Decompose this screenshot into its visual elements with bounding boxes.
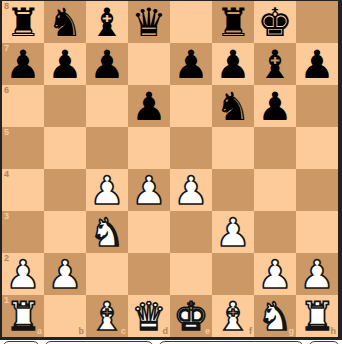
piece-black-knight[interactable]: ♞	[44, 1, 86, 43]
piece-black-pawn[interactable]: ♟	[254, 85, 296, 127]
square-c4[interactable]: ♟	[86, 169, 128, 211]
piece-white-knight[interactable]: ♞	[86, 211, 128, 253]
square-b3[interactable]	[44, 211, 86, 253]
square-e2[interactable]	[170, 253, 212, 295]
square-g1[interactable]: g♞	[254, 295, 296, 337]
piece-white-bishop[interactable]: ♝	[86, 295, 128, 337]
square-a8[interactable]: 8♜	[2, 1, 44, 43]
square-b1[interactable]: b	[44, 295, 86, 337]
square-h5[interactable]	[296, 127, 338, 169]
square-a1[interactable]: 1a♜	[2, 295, 44, 337]
square-c8[interactable]: ♝	[86, 1, 128, 43]
rank-label-6: 6	[4, 86, 9, 95]
square-g5[interactable]	[254, 127, 296, 169]
square-a2[interactable]: 2♟	[2, 253, 44, 295]
square-h2[interactable]: ♟	[296, 253, 338, 295]
square-c1[interactable]: c♝	[86, 295, 128, 337]
square-a7[interactable]: 7♟	[2, 43, 44, 85]
square-f4[interactable]	[212, 169, 254, 211]
square-h1[interactable]: h♜	[296, 295, 338, 337]
square-f8[interactable]: ♜	[212, 1, 254, 43]
footer-toolbar	[0, 340, 342, 344]
square-g8[interactable]: ♚	[254, 1, 296, 43]
square-a6[interactable]: 6	[2, 85, 44, 127]
square-e5[interactable]	[170, 127, 212, 169]
square-d5[interactable]	[128, 127, 170, 169]
square-f1[interactable]: f♝	[212, 295, 254, 337]
board: 8♜♞♝♛♜♚7♟♟♟♟♟♝♟6♟♞♟54♟♟♟3♞♟2♟♟♟♟1a♜bc♝d♛…	[2, 1, 338, 337]
square-h8[interactable]	[296, 1, 338, 43]
rank-label-4: 4	[4, 170, 9, 179]
rank-label-3: 3	[4, 212, 9, 221]
piece-black-rook[interactable]: ♜	[2, 1, 44, 43]
square-e3[interactable]	[170, 211, 212, 253]
piece-black-knight[interactable]: ♞	[212, 85, 254, 127]
square-e6[interactable]	[170, 85, 212, 127]
piece-black-pawn[interactable]: ♟	[170, 43, 212, 85]
piece-white-rook[interactable]: ♜	[2, 295, 44, 337]
piece-white-pawn[interactable]: ♟	[44, 253, 86, 295]
square-f3[interactable]: ♟	[212, 211, 254, 253]
piece-black-king[interactable]: ♚	[254, 1, 296, 43]
square-d4[interactable]: ♟	[128, 169, 170, 211]
square-c6[interactable]	[86, 85, 128, 127]
piece-black-rook[interactable]: ♜	[212, 1, 254, 43]
square-f7[interactable]: ♟	[212, 43, 254, 85]
square-e1[interactable]: e♚	[170, 295, 212, 337]
piece-black-pawn[interactable]: ♟	[212, 43, 254, 85]
square-b5[interactable]	[44, 127, 86, 169]
square-e7[interactable]: ♟	[170, 43, 212, 85]
piece-white-pawn[interactable]: ♟	[128, 169, 170, 211]
piece-white-bishop[interactable]: ♝	[212, 295, 254, 337]
square-d3[interactable]	[128, 211, 170, 253]
rank-label-5: 5	[4, 128, 9, 137]
square-d2[interactable]	[128, 253, 170, 295]
square-h6[interactable]	[296, 85, 338, 127]
square-h7[interactable]: ♟	[296, 43, 338, 85]
square-g3[interactable]	[254, 211, 296, 253]
piece-black-pawn[interactable]: ♟	[86, 43, 128, 85]
square-c5[interactable]	[86, 127, 128, 169]
piece-white-pawn[interactable]: ♟	[254, 253, 296, 295]
piece-white-pawn[interactable]: ♟	[86, 169, 128, 211]
square-a3[interactable]: 3	[2, 211, 44, 253]
square-f5[interactable]	[212, 127, 254, 169]
square-b6[interactable]	[44, 85, 86, 127]
piece-white-knight[interactable]: ♞	[254, 295, 296, 337]
square-c7[interactable]: ♟	[86, 43, 128, 85]
square-h4[interactable]	[296, 169, 338, 211]
square-b8[interactable]: ♞	[44, 1, 86, 43]
square-a4[interactable]: 4	[2, 169, 44, 211]
square-c3[interactable]: ♞	[86, 211, 128, 253]
square-e4[interactable]: ♟	[170, 169, 212, 211]
piece-white-queen[interactable]: ♛	[128, 295, 170, 337]
square-c2[interactable]	[86, 253, 128, 295]
square-b7[interactable]: ♟	[44, 43, 86, 85]
square-a5[interactable]: 5	[2, 127, 44, 169]
piece-white-pawn[interactable]: ♟	[2, 253, 44, 295]
square-f6[interactable]: ♞	[212, 85, 254, 127]
piece-white-king[interactable]: ♚	[170, 295, 212, 337]
piece-black-queen[interactable]: ♛	[128, 1, 170, 43]
piece-white-pawn[interactable]: ♟	[296, 253, 338, 295]
piece-black-pawn[interactable]: ♟	[44, 43, 86, 85]
piece-black-bishop[interactable]: ♝	[86, 1, 128, 43]
square-d8[interactable]: ♛	[128, 1, 170, 43]
square-b2[interactable]: ♟	[44, 253, 86, 295]
square-e8[interactable]	[170, 1, 212, 43]
square-h3[interactable]	[296, 211, 338, 253]
square-d7[interactable]	[128, 43, 170, 85]
square-g6[interactable]: ♟	[254, 85, 296, 127]
square-d1[interactable]: d♛	[128, 295, 170, 337]
piece-white-pawn[interactable]: ♟	[212, 211, 254, 253]
square-g2[interactable]: ♟	[254, 253, 296, 295]
file-label-b: b	[79, 327, 85, 336]
piece-white-pawn[interactable]: ♟	[170, 169, 212, 211]
square-f2[interactable]	[212, 253, 254, 295]
square-b4[interactable]	[44, 169, 86, 211]
square-g7[interactable]: ♝	[254, 43, 296, 85]
piece-white-rook[interactable]: ♜	[296, 295, 338, 337]
square-d6[interactable]: ♟	[128, 85, 170, 127]
piece-black-bishop[interactable]: ♝	[254, 43, 296, 85]
piece-black-pawn[interactable]: ♟	[128, 85, 170, 127]
square-g4[interactable]	[254, 169, 296, 211]
piece-black-pawn[interactable]: ♟	[296, 43, 338, 85]
chess-board-frame: 8♜♞♝♛♜♚7♟♟♟♟♟♝♟6♟♞♟54♟♟♟3♞♟2♟♟♟♟1a♜bc♝d♛…	[0, 0, 342, 340]
piece-black-pawn[interactable]: ♟	[2, 43, 44, 85]
